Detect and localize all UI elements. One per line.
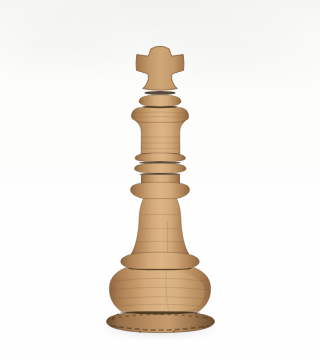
king-cross-finial: [136, 46, 184, 90]
king-stem: [131, 198, 189, 255]
cross-collar-crease: [145, 91, 176, 95]
king-head-cap: [131, 106, 188, 122]
speckle-dot: [139, 331, 141, 333]
white-king-piece: [0, 0, 320, 359]
speckle-dot: [195, 313, 197, 315]
product-photo-canvas: [0, 0, 320, 359]
speckle-dot: [203, 326, 205, 328]
king-ring-lower: [135, 163, 187, 173]
king-shoulder-bun: [131, 182, 190, 198]
speckle-dot: [112, 319, 114, 321]
king-flare-collar: [121, 252, 200, 269]
speckle-dot: [173, 331, 175, 333]
king-ring-upper: [135, 153, 186, 162]
king-crown-collar: [139, 95, 181, 107]
speckle-dot: [206, 317, 208, 319]
speckle-dot: [116, 327, 118, 329]
speckle-dot: [117, 314, 119, 316]
